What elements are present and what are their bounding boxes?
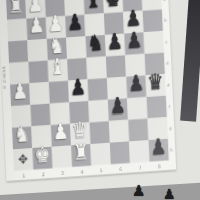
photo-scene: © CHESS ♜♟♝♚♟♟♟♟♞♞♟♟♝♟♟♟♛♟♞♟♛✥♚♜♟ 123456… [0,0,200,200]
piece-white-king[interactable]: ♚ [32,141,52,166]
square-d6[interactable] [66,36,86,59]
right-label-d: d [164,52,171,74]
square-d4[interactable]: ♟ [68,79,88,102]
bottom-label-7: 7 [130,164,150,171]
board-wrap: © CHESS ♜♟♝♚♟♟♟♟♞♞♟♟♝♟♟♟♛♟♞♟♛✥♚♜♟ 123456… [0,0,176,181]
chess-board-frame: © CHESS ♜♟♝♚♟♟♟♟♞♞♟♟♝♟♟♟♛♟♞♟♛✥♚♜♟ 123456… [0,0,176,181]
piece-black-knight[interactable]: ♞ [85,30,105,55]
square-e3[interactable] [88,100,108,123]
piece-black-pawn[interactable]: ♟ [108,93,128,118]
bottom-label-2: 2 [33,171,53,178]
captured-black-piece: ♟ [163,186,176,200]
square-g6[interactable]: ♟ [124,32,144,55]
piece-white-pawn[interactable]: ♟ [50,119,70,144]
square-h4[interactable]: ♛ [146,74,166,97]
square-a4[interactable]: ♟ [10,83,30,106]
square-e8[interactable]: ♝ [83,0,103,15]
compass-rose-logo: ✥ [13,148,33,171]
square-c2[interactable]: ♟ [51,124,71,147]
square-f5[interactable] [106,55,126,78]
square-b5[interactable] [28,60,48,83]
square-b6[interactable] [27,39,47,62]
bottom-label-5: 5 [92,167,112,174]
square-g4[interactable]: ♟ [126,75,146,98]
piece-black-bishop[interactable]: ♝ [83,0,103,12]
piece-white-pawn[interactable]: ♟ [26,12,46,37]
square-h1[interactable]: ♟ [149,139,169,162]
square-a2[interactable]: ♞ [12,126,32,149]
piece-white-bishop[interactable]: ♝ [48,54,68,79]
square-d7[interactable]: ♟ [65,15,85,38]
square-e6[interactable]: ♞ [85,35,105,58]
square-h6[interactable] [144,31,164,54]
square-a7[interactable] [7,19,27,42]
right-label-c: c [163,31,170,53]
bottom-label-6: 6 [111,165,131,172]
square-f2[interactable] [109,120,129,143]
piece-black-pawn[interactable]: ♟ [68,74,88,99]
captured-black-piece: ♟ [132,182,145,200]
piece-black-pawn[interactable]: ♟ [105,28,125,53]
right-label-e: e [165,74,172,96]
square-h7[interactable] [143,9,163,32]
square-c4[interactable] [49,81,69,104]
right-label-h: h [168,138,175,160]
square-c5[interactable]: ♝ [48,59,68,82]
piece-white-rook[interactable]: ♜ [71,139,91,164]
piece-black-queen[interactable]: ♛ [145,69,165,94]
right-label-f: f [166,95,173,117]
square-b1[interactable]: ♚ [32,147,52,170]
square-g2[interactable] [128,119,148,142]
background-dark-stripe [180,0,200,122]
square-d1[interactable]: ♜ [71,144,91,167]
square-b3[interactable] [30,104,50,127]
square-f1[interactable] [110,141,130,164]
piece-black-pawn[interactable]: ♟ [126,70,146,95]
piece-black-pawn[interactable]: ♟ [148,134,168,159]
right-label-a: a [161,0,168,9]
right-label-g: g [167,117,174,139]
square-a1[interactable]: ✥ [13,148,33,171]
piece-white-rook[interactable]: ♜ [6,0,26,17]
chess-board[interactable]: ♜♟♝♚♟♟♟♟♞♞♟♟♝♟♟♟♛♟♞♟♛✥♚♜♟ [6,0,169,171]
piece-white-knight[interactable]: ♞ [12,121,32,146]
square-g3[interactable] [127,97,147,120]
piece-black-king[interactable]: ♚ [103,0,123,11]
square-e1[interactable] [90,143,110,166]
piece-black-pawn[interactable]: ♟ [65,9,85,34]
square-h3[interactable] [147,96,167,119]
square-f6[interactable]: ♟ [105,34,125,57]
square-e4[interactable] [87,78,107,101]
bottom-label-8: 8 [150,163,170,170]
bottom-label-3: 3 [53,169,73,176]
piece-black-pawn[interactable]: ♟ [124,27,144,52]
square-a8[interactable]: ♜ [6,0,26,20]
square-c1[interactable] [52,145,72,168]
square-b4[interactable] [29,82,49,105]
square-e5[interactable] [86,56,106,79]
piece-white-pawn[interactable]: ♟ [10,78,30,103]
square-b7[interactable]: ♟ [26,17,46,40]
bottom-label-4: 4 [72,168,92,175]
right-label-b: b [162,9,169,31]
square-a6[interactable] [8,40,28,63]
bottom-label-1: 1 [14,172,34,179]
square-e2[interactable] [89,121,109,144]
square-g1[interactable] [129,140,149,163]
square-f3[interactable]: ♟ [108,98,128,121]
